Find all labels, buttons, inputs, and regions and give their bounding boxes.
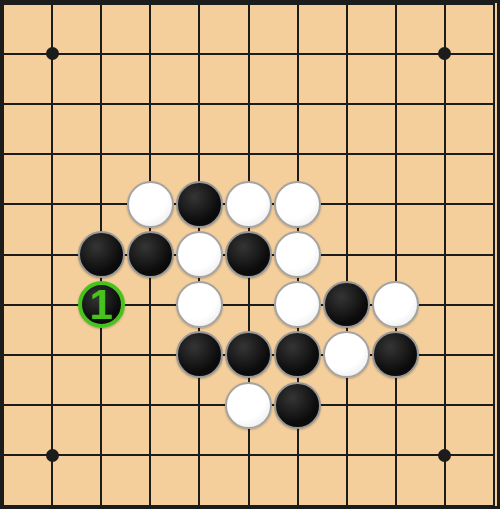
black-stone[interactable]	[176, 331, 223, 378]
star-point	[438, 47, 451, 60]
white-stone[interactable]	[176, 281, 223, 328]
white-stone[interactable]	[274, 181, 321, 228]
star-point	[46, 449, 59, 462]
black-stone[interactable]	[176, 181, 223, 228]
grid-line-vertical	[346, 3, 348, 507]
black-stone[interactable]	[225, 331, 272, 378]
grid-line-horizontal	[2, 505, 495, 507]
black-stone[interactable]	[127, 231, 174, 278]
star-point	[438, 449, 451, 462]
black-stone[interactable]	[323, 281, 370, 328]
white-stone[interactable]	[323, 331, 370, 378]
grid-line-vertical	[395, 3, 397, 507]
black-stone[interactable]	[274, 382, 321, 429]
move-number-label: 1	[90, 284, 113, 326]
white-stone[interactable]	[127, 181, 174, 228]
white-stone[interactable]	[372, 281, 419, 328]
black-stone[interactable]	[372, 331, 419, 378]
go-board[interactable]: 1	[0, 0, 500, 509]
grid-line-vertical	[444, 3, 446, 507]
black-stone[interactable]	[274, 331, 321, 378]
black-stone[interactable]	[78, 231, 125, 278]
white-stone[interactable]	[176, 231, 223, 278]
black-stone[interactable]	[225, 231, 272, 278]
white-stone[interactable]	[225, 382, 272, 429]
grid-line-horizontal	[2, 304, 495, 306]
grid-line-horizontal	[2, 454, 495, 456]
star-point	[46, 47, 59, 60]
marked-stone-move-1[interactable]: 1	[78, 281, 125, 328]
white-stone[interactable]	[274, 281, 321, 328]
white-stone[interactable]	[225, 181, 272, 228]
white-stone[interactable]	[274, 231, 321, 278]
grid-line-vertical	[493, 3, 495, 507]
